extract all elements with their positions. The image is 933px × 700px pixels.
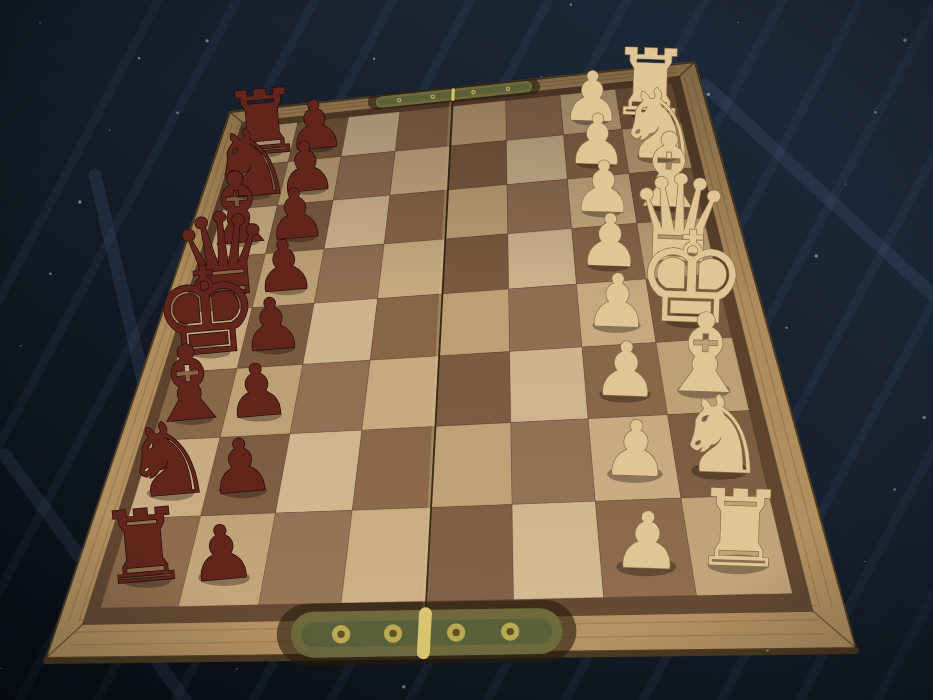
chess-set-photo: ♜♟♟♜♞♟♟♞♝♟♟♝♛♟♟♛♚♟♟♚♝♟♟♝♞♟♟♞♜♟♟♜ [0, 0, 933, 700]
fabric-speck [570, 3, 572, 5]
fabric-speck [785, 327, 787, 329]
fabric-speck [923, 416, 926, 419]
square-f4[interactable] [435, 352, 510, 427]
fabric-speck [541, 76, 542, 77]
square-h4[interactable] [426, 504, 513, 601]
fabric-speck [109, 129, 110, 130]
square-f6[interactable] [290, 360, 370, 434]
fabric-speck [49, 273, 51, 275]
fabric-speck [402, 685, 405, 688]
square-e5[interactable] [370, 294, 442, 360]
fabric-speck [138, 57, 140, 59]
fabric-speck [766, 649, 768, 651]
square-f3[interactable] [510, 347, 589, 423]
square-c4[interactable] [445, 185, 508, 239]
square-e6[interactable] [303, 299, 378, 365]
fabric-speck [893, 488, 895, 490]
fabric-speck [236, 668, 237, 669]
square-g3[interactable] [511, 419, 596, 505]
square-c5[interactable] [384, 190, 448, 244]
brass-hinge-bottom-screw-slot [389, 630, 396, 637]
fabric-speck [205, 39, 208, 42]
square-d5[interactable] [378, 239, 446, 299]
square-a5[interactable] [395, 106, 452, 151]
brass-hinge-top-screw-slot [398, 99, 400, 101]
fabric-speck [737, 22, 738, 23]
square-h5[interactable] [341, 507, 431, 603]
square-b4[interactable] [448, 141, 507, 191]
piece-black-pawn-g7[interactable]: ♟ [204, 421, 277, 511]
fabric-speck [1, 668, 2, 669]
fabric-speck [864, 561, 865, 562]
brass-hinge-top-knuckle [453, 90, 454, 100]
piece-white-pawn-h2[interactable]: ♟ [611, 495, 684, 587]
square-a4[interactable] [450, 101, 506, 146]
brass-hinge-bottom-screw-slot [337, 631, 344, 638]
fabric-speck [78, 200, 81, 203]
brass-hinge-bottom-knuckle [423, 614, 425, 653]
brass-hinge-top-screw-slot [432, 96, 434, 98]
piece-black-rook-h8[interactable]: ♜ [94, 485, 193, 607]
square-g5[interactable] [352, 426, 435, 510]
fabric-speck [845, 183, 846, 184]
fabric-speck [815, 254, 818, 257]
square-b3[interactable] [506, 135, 567, 185]
square-a3[interactable] [506, 95, 564, 141]
fabric-speck [874, 111, 876, 113]
photo-scene: ♜♟♟♜♞♟♟♞♝♟♟♝♛♟♟♛♚♟♟♚♝♟♟♝♞♟♟♞♜♟♟♜ [0, 0, 933, 700]
piece-black-pawn-h7[interactable]: ♟ [185, 507, 259, 599]
square-h3[interactable] [512, 501, 604, 599]
fabric-speck [903, 39, 906, 42]
square-d6[interactable] [314, 244, 384, 303]
fabric-speck [373, 57, 375, 59]
fabric-speck [20, 345, 21, 346]
brass-hinge-bottom-screw-slot [452, 629, 459, 636]
piece-white-pawn-g2[interactable]: ♟ [600, 403, 671, 494]
brass-hinge-bottom-screw-slot [507, 628, 514, 635]
square-f5[interactable] [362, 356, 439, 430]
square-d3[interactable] [508, 229, 577, 290]
square-d4[interactable] [443, 234, 509, 294]
square-e4[interactable] [439, 289, 510, 356]
square-c3[interactable] [507, 179, 572, 234]
square-e3[interactable] [509, 284, 582, 351]
piece-white-pawn-f2[interactable]: ♟ [591, 325, 661, 414]
brass-hinge-top-screw-slot [473, 91, 475, 93]
square-g6[interactable] [276, 430, 362, 513]
fabric-speck [176, 112, 178, 114]
square-g4[interactable] [431, 423, 512, 508]
fabric-speck [707, 93, 710, 96]
brass-hinge-top-screw-slot [507, 88, 509, 90]
square-b5[interactable] [390, 146, 450, 195]
square-a6[interactable] [341, 112, 400, 157]
fabric-speck [39, 22, 40, 23]
piece-white-rook-h1[interactable]: ♜ [690, 466, 789, 592]
